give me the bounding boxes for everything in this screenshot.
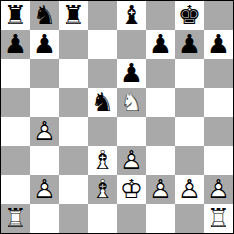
black-pawn-icon: ♟ <box>204 30 233 59</box>
white-pawn-icon: ♟♙ <box>146 175 175 204</box>
square-a3[interactable] <box>1 146 30 175</box>
black-knight-icon: ♞ <box>30 1 59 30</box>
white-knight-icon: ♞♘ <box>117 88 146 117</box>
black-bishop-icon: ♝ <box>117 1 146 30</box>
square-c2[interactable] <box>59 175 88 204</box>
square-d8[interactable] <box>88 1 117 30</box>
square-c6[interactable] <box>59 59 88 88</box>
white-pawn-icon: ♟♙ <box>117 146 146 175</box>
square-e5[interactable]: ♞♘ <box>117 88 146 117</box>
white-pawn-icon: ♟♙ <box>30 117 59 146</box>
square-d7[interactable] <box>88 30 117 59</box>
square-a5[interactable] <box>1 88 30 117</box>
black-pawn-icon: ♟ <box>30 30 59 59</box>
square-a7[interactable]: ♟ <box>1 30 30 59</box>
square-b2[interactable]: ♟♙ <box>30 175 59 204</box>
square-a8[interactable]: ♜ <box>1 1 30 30</box>
square-d2[interactable]: ♝♗ <box>88 175 117 204</box>
square-f2[interactable]: ♟♙ <box>146 175 175 204</box>
square-a4[interactable] <box>1 117 30 146</box>
square-d4[interactable] <box>88 117 117 146</box>
square-g2[interactable]: ♟♙ <box>175 175 204 204</box>
black-pawn-icon: ♟ <box>1 30 30 59</box>
square-g7[interactable]: ♟ <box>175 30 204 59</box>
white-rook-icon: ♜♖ <box>1 204 30 233</box>
square-a2[interactable] <box>1 175 30 204</box>
square-b6[interactable] <box>30 59 59 88</box>
square-g3[interactable] <box>175 146 204 175</box>
square-h8[interactable] <box>204 1 233 30</box>
square-a1[interactable]: ♜♖ <box>1 204 30 233</box>
square-f5[interactable] <box>146 88 175 117</box>
black-pawn-icon: ♟ <box>175 30 204 59</box>
square-c3[interactable] <box>59 146 88 175</box>
square-h1[interactable]: ♜♖ <box>204 204 233 233</box>
square-e8[interactable]: ♝ <box>117 1 146 30</box>
square-g1[interactable] <box>175 204 204 233</box>
square-h4[interactable] <box>204 117 233 146</box>
square-h6[interactable] <box>204 59 233 88</box>
square-g8[interactable]: ♚ <box>175 1 204 30</box>
square-e1[interactable] <box>117 204 146 233</box>
white-bishop-icon: ♝♗ <box>88 146 117 175</box>
white-bishop-icon: ♝♗ <box>88 175 117 204</box>
square-h5[interactable] <box>204 88 233 117</box>
square-a6[interactable] <box>1 59 30 88</box>
square-h3[interactable] <box>204 146 233 175</box>
white-pawn-icon: ♟♙ <box>204 175 233 204</box>
square-h7[interactable]: ♟ <box>204 30 233 59</box>
white-rook-icon: ♜♖ <box>204 204 233 233</box>
square-b1[interactable] <box>30 204 59 233</box>
white-pawn-icon: ♟♙ <box>30 175 59 204</box>
chess-board: ♜♞♜♝♚♟♟♟♟♟♟♞♞♘♟♙♝♗♟♙♟♙♝♗♚♔♟♙♟♙♟♙♜♖♜♖ <box>0 0 234 234</box>
square-c4[interactable] <box>59 117 88 146</box>
square-b8[interactable]: ♞ <box>30 1 59 30</box>
black-rook-icon: ♜ <box>59 1 88 30</box>
square-c5[interactable] <box>59 88 88 117</box>
black-pawn-icon: ♟ <box>146 30 175 59</box>
square-f8[interactable] <box>146 1 175 30</box>
white-king-icon: ♚♔ <box>117 175 146 204</box>
black-king-icon: ♚ <box>175 1 204 30</box>
square-b5[interactable] <box>30 88 59 117</box>
black-rook-icon: ♜ <box>1 1 30 30</box>
square-e4[interactable] <box>117 117 146 146</box>
square-b4[interactable]: ♟♙ <box>30 117 59 146</box>
square-f1[interactable] <box>146 204 175 233</box>
square-f3[interactable] <box>146 146 175 175</box>
square-d3[interactable]: ♝♗ <box>88 146 117 175</box>
square-d5[interactable]: ♞ <box>88 88 117 117</box>
square-g4[interactable] <box>175 117 204 146</box>
square-g5[interactable] <box>175 88 204 117</box>
white-pawn-icon: ♟♙ <box>175 175 204 204</box>
square-c1[interactable] <box>59 204 88 233</box>
square-f6[interactable] <box>146 59 175 88</box>
square-b7[interactable]: ♟ <box>30 30 59 59</box>
square-e6[interactable]: ♟ <box>117 59 146 88</box>
square-h2[interactable]: ♟♙ <box>204 175 233 204</box>
square-e3[interactable]: ♟♙ <box>117 146 146 175</box>
square-b3[interactable] <box>30 146 59 175</box>
square-f7[interactable]: ♟ <box>146 30 175 59</box>
square-e2[interactable]: ♚♔ <box>117 175 146 204</box>
square-c7[interactable] <box>59 30 88 59</box>
black-knight-icon: ♞ <box>88 88 117 117</box>
square-g6[interactable] <box>175 59 204 88</box>
square-e7[interactable] <box>117 30 146 59</box>
square-d1[interactable] <box>88 204 117 233</box>
black-pawn-icon: ♟ <box>117 59 146 88</box>
square-d6[interactable] <box>88 59 117 88</box>
square-f4[interactable] <box>146 117 175 146</box>
square-c8[interactable]: ♜ <box>59 1 88 30</box>
